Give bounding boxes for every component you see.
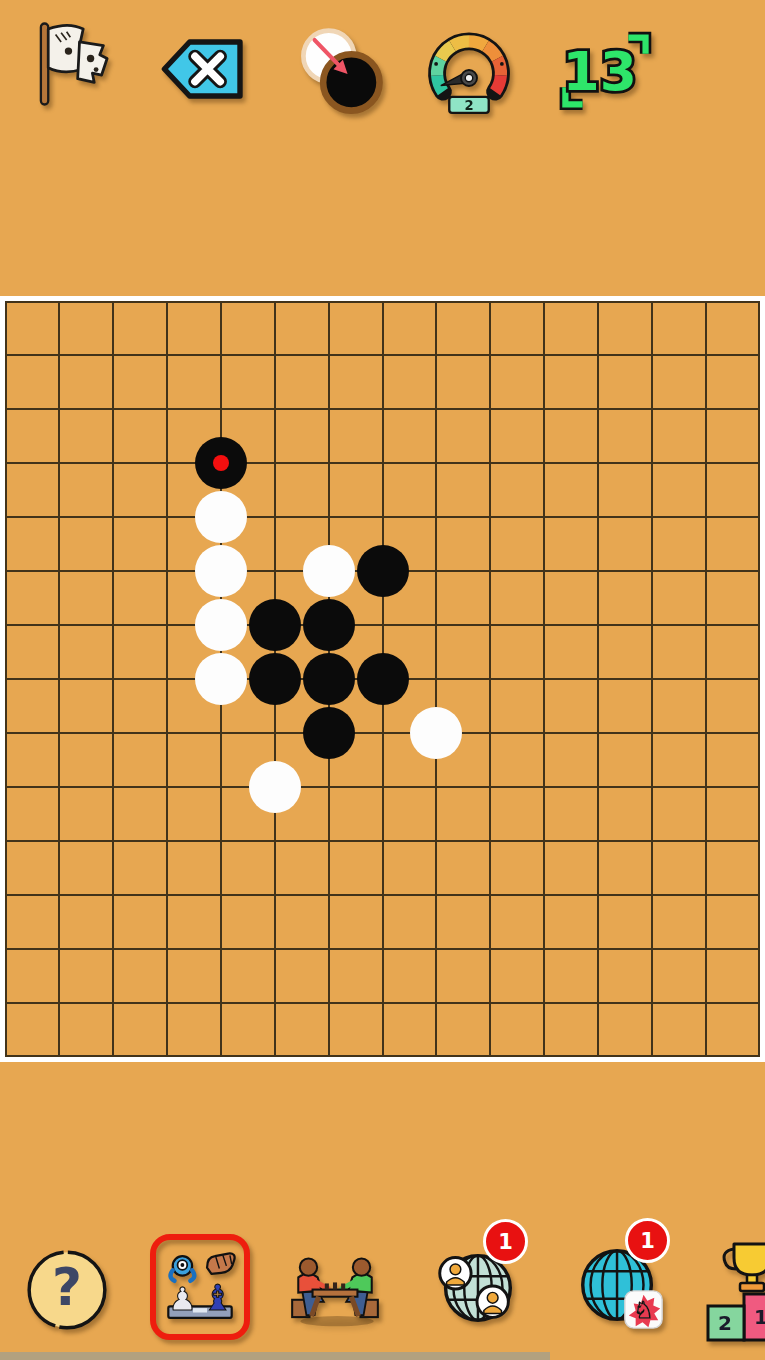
grid-line-vertical [758,301,760,1057]
difficulty-level: 2 [464,98,473,113]
grid-line-horizontal [5,1055,760,1057]
leaderboard-button[interactable]: 1 2 [702,1236,765,1342]
badge-count: 1 [498,1230,513,1254]
grid-line-vertical [489,301,491,1057]
undo-button[interactable] [158,33,250,105]
grid-line-horizontal [5,732,760,734]
online-play-badge: 1 [625,1218,670,1263]
mode-vs-computer-button[interactable]: ♟ ♝ [150,1234,250,1340]
black-stone[interactable] [357,545,409,597]
grid-line-vertical [705,301,707,1057]
grid-line-vertical [543,301,545,1057]
grid-line-vertical [435,301,437,1057]
grid-line-vertical [597,301,599,1057]
turn-stones-icon [294,26,388,120]
speedometer-icon: 2 [422,26,516,116]
black-stone[interactable] [195,437,247,489]
black-stone[interactable] [249,599,301,651]
grid-line-vertical [651,301,653,1057]
trophy-podium-icon: 1 2 [702,1236,765,1342]
black-stone[interactable] [249,653,301,705]
knight-glyph: ♘ [633,1296,654,1324]
podium-first-label: 1 [754,1305,765,1329]
white-stone[interactable] [303,545,355,597]
white-stone[interactable] [410,707,462,759]
robot-vs-human-chess-icon: ♟ ♝ [156,1240,244,1334]
mode-local-two-player-button[interactable] [284,1242,386,1330]
black-stone[interactable] [303,653,355,705]
question-mark-icon: ? [24,1246,110,1334]
counter-value: 13 [563,40,637,103]
grid-line-horizontal [5,894,760,896]
badge-count: 1 [640,1229,655,1253]
help-button[interactable]: ? [24,1246,110,1334]
last-move-marker [213,455,229,471]
black-stone[interactable] [303,599,355,651]
gomoku-board[interactable] [0,296,765,1062]
online-players-badge: 1 [483,1219,528,1264]
top-toolbar: 2 13 [0,0,765,130]
counter-13-icon: 13 [552,20,657,120]
turn-indicator [294,26,388,120]
back-x-icon [158,33,250,105]
white-pawn-glyph: ♟ [168,1281,196,1317]
white-stone[interactable] [195,491,247,543]
game-screen: 2 13 ? [0,0,765,1360]
help-label: ? [52,1257,82,1317]
blue-bishop-glyph: ♝ [202,1277,234,1318]
black-stone[interactable] [303,707,355,759]
black-stone[interactable] [357,653,409,705]
grid-line-horizontal [5,948,760,950]
board-grid[interactable] [5,301,760,1057]
white-flag-icon [28,14,120,114]
difficulty-gauge[interactable]: 2 [422,26,516,116]
white-stone[interactable] [195,599,247,651]
surrender-button[interactable] [28,14,120,114]
bottom-toolbar: ? ♟ ♝ [0,1200,765,1360]
bottom-edge-strip [0,1352,550,1360]
move-counter: 13 [552,20,657,120]
white-stone[interactable] [249,761,301,813]
grid-line-horizontal [5,1002,760,1004]
two-players-table-icon [284,1242,386,1330]
grid-line-horizontal [5,840,760,842]
white-stone[interactable] [195,653,247,705]
podium-second-label: 2 [718,1311,732,1335]
grid-line-horizontal [5,786,760,788]
white-stone[interactable] [195,545,247,597]
